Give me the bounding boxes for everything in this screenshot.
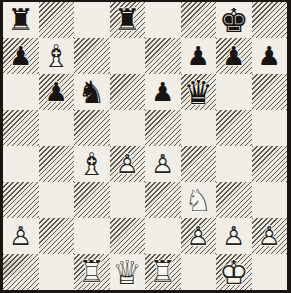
piece-outline: ♙: [252, 218, 288, 254]
square-b8[interactable]: [39, 2, 75, 38]
square-d1[interactable]: ♛♕: [110, 254, 146, 290]
square-f8[interactable]: [181, 2, 217, 38]
square-g6[interactable]: [216, 74, 252, 110]
square-e6[interactable]: ♟: [145, 74, 181, 110]
black-pawn-e6: ♟: [145, 74, 181, 110]
square-d3[interactable]: [110, 182, 146, 218]
square-b7[interactable]: ♝♗: [39, 38, 75, 74]
square-d4[interactable]: ♟♙: [110, 146, 146, 182]
square-h3[interactable]: [252, 182, 288, 218]
white-pawn-e4: ♟♙: [145, 146, 181, 182]
white-pawn-g2: ♟♙: [216, 218, 252, 254]
square-f1[interactable]: [181, 254, 217, 290]
black-pawn-b6: ♟: [39, 74, 75, 110]
piece-outline: ♙: [216, 218, 252, 254]
square-a5[interactable]: [3, 110, 39, 146]
square-d5[interactable]: [110, 110, 146, 146]
square-a7[interactable]: ♟: [3, 38, 39, 74]
square-g4[interactable]: [216, 146, 252, 182]
square-c5[interactable]: [74, 110, 110, 146]
white-rook-e1: ♜♖: [145, 254, 181, 290]
white-bishop-b7: ♝♗: [39, 38, 75, 74]
square-b2[interactable]: [39, 218, 75, 254]
square-g8[interactable]: ♚: [216, 2, 252, 38]
chess-board: ♜♜♚♟♝♗♟♟♟♟♞♟♛♝♗♟♙♟♙♞♘♟♙♟♙♟♙♟♙♜♖♛♕♜♖♚♔: [0, 0, 291, 293]
square-h1[interactable]: [252, 254, 288, 290]
square-b1[interactable]: [39, 254, 75, 290]
square-f5[interactable]: [181, 110, 217, 146]
square-a3[interactable]: [3, 182, 39, 218]
square-a6[interactable]: [3, 74, 39, 110]
square-g7[interactable]: ♟: [216, 38, 252, 74]
square-g3[interactable]: [216, 182, 252, 218]
square-h7[interactable]: ♟: [252, 38, 288, 74]
white-knight-f3: ♞♘: [181, 182, 217, 218]
square-e1[interactable]: ♜♖: [145, 254, 181, 290]
square-c4[interactable]: ♝♗: [74, 146, 110, 182]
piece-outline: ♙: [181, 218, 217, 254]
square-h6[interactable]: [252, 74, 288, 110]
white-pawn-f2: ♟♙: [181, 218, 217, 254]
square-d2[interactable]: [110, 218, 146, 254]
black-rook-d8: ♜: [110, 2, 146, 38]
square-e8[interactable]: [145, 2, 181, 38]
piece-outline: ♖: [145, 254, 181, 290]
square-f2[interactable]: ♟♙: [181, 218, 217, 254]
square-e2[interactable]: [145, 218, 181, 254]
piece-outline: ♙: [3, 218, 39, 254]
white-rook-c1: ♜♖: [74, 254, 110, 290]
piece-outline: ♕: [110, 254, 146, 290]
square-a2[interactable]: ♟♙: [3, 218, 39, 254]
square-b6[interactable]: ♟: [39, 74, 75, 110]
chess-diagram-scan: ♜♜♚♟♝♗♟♟♟♟♞♟♛♝♗♟♙♟♙♞♘♟♙♟♙♟♙♟♙♜♖♛♕♜♖♚♔: [0, 0, 291, 293]
white-bishop-c4: ♝♗: [74, 146, 110, 182]
square-g5[interactable]: [216, 110, 252, 146]
white-king-g1: ♚♔: [216, 254, 252, 290]
square-c1[interactable]: ♜♖: [74, 254, 110, 290]
square-c8[interactable]: [74, 2, 110, 38]
square-a1[interactable]: [3, 254, 39, 290]
square-h2[interactable]: ♟♙: [252, 218, 288, 254]
square-e4[interactable]: ♟♙: [145, 146, 181, 182]
square-d7[interactable]: [110, 38, 146, 74]
square-e5[interactable]: [145, 110, 181, 146]
black-rook-a8: ♜: [3, 2, 39, 38]
piece-outline: ♖: [74, 254, 110, 290]
square-c7[interactable]: [74, 38, 110, 74]
square-f4[interactable]: [181, 146, 217, 182]
black-pawn-a7: ♟: [3, 38, 39, 74]
piece-outline: ♔: [216, 254, 252, 290]
piece-outline: ♘: [181, 182, 217, 218]
black-pawn-h7: ♟: [252, 38, 288, 74]
white-pawn-h2: ♟♙: [252, 218, 288, 254]
square-e7[interactable]: [145, 38, 181, 74]
square-h8[interactable]: [252, 2, 288, 38]
square-b3[interactable]: [39, 182, 75, 218]
square-f7[interactable]: ♟: [181, 38, 217, 74]
square-f6[interactable]: ♛: [181, 74, 217, 110]
square-h5[interactable]: [252, 110, 288, 146]
black-pawn-f7: ♟: [181, 38, 217, 74]
square-b5[interactable]: [39, 110, 75, 146]
square-b4[interactable]: [39, 146, 75, 182]
square-a4[interactable]: [3, 146, 39, 182]
square-h4[interactable]: [252, 146, 288, 182]
black-queen-f6: ♛: [181, 74, 217, 110]
square-a8[interactable]: ♜: [3, 2, 39, 38]
piece-outline: ♙: [145, 146, 181, 182]
white-pawn-a2: ♟♙: [3, 218, 39, 254]
square-d6[interactable]: [110, 74, 146, 110]
square-c6[interactable]: ♞: [74, 74, 110, 110]
piece-outline: ♗: [74, 146, 110, 182]
white-pawn-d4: ♟♙: [110, 146, 146, 182]
piece-outline: ♙: [110, 146, 146, 182]
piece-outline: ♗: [39, 38, 75, 74]
square-g1[interactable]: ♚♔: [216, 254, 252, 290]
black-knight-c6: ♞: [74, 74, 110, 110]
square-e3[interactable]: [145, 182, 181, 218]
square-d8[interactable]: ♜: [110, 2, 146, 38]
square-c3[interactable]: [74, 182, 110, 218]
square-g2[interactable]: ♟♙: [216, 218, 252, 254]
black-king-g8: ♚: [216, 2, 252, 38]
black-pawn-g7: ♟: [216, 38, 252, 74]
white-queen-d1: ♛♕: [110, 254, 146, 290]
square-f3[interactable]: ♞♘: [181, 182, 217, 218]
square-c2[interactable]: [74, 218, 110, 254]
